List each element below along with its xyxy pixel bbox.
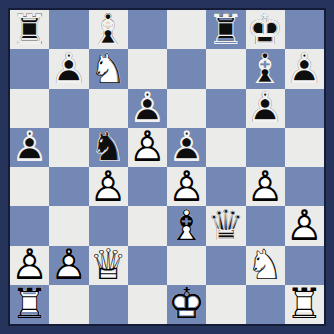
piece-outline: ♙ bbox=[89, 167, 128, 206]
piece-outline: ♙ bbox=[49, 49, 88, 88]
square-f1[interactable] bbox=[206, 285, 245, 324]
square-c1[interactable] bbox=[89, 285, 128, 324]
square-f5[interactable] bbox=[206, 128, 245, 167]
square-h6[interactable] bbox=[285, 89, 324, 128]
square-g1[interactable] bbox=[246, 285, 285, 324]
square-b6[interactable] bbox=[49, 89, 88, 128]
piece-outline: ♕ bbox=[206, 206, 245, 245]
square-d8[interactable] bbox=[128, 10, 167, 49]
square-h3[interactable]: ♟♙ bbox=[285, 206, 324, 245]
white-pawn[interactable]: ♟♙ bbox=[89, 167, 128, 206]
chess-board: ♜♖♝♗♜♖♚♔♟♙♞♘♝♗♟♙♟♙♟♙♟♙♞♘♟♙♟♙♟♙♟♙♟♙♝♗♛♕♟♙… bbox=[10, 10, 324, 324]
piece-outline: ♖ bbox=[10, 10, 49, 49]
square-d1[interactable] bbox=[128, 285, 167, 324]
white-queen[interactable]: ♛♕ bbox=[89, 246, 128, 285]
square-d2[interactable] bbox=[128, 246, 167, 285]
white-pawn[interactable]: ♟♙ bbox=[285, 206, 324, 245]
white-pawn[interactable]: ♟♙ bbox=[246, 167, 285, 206]
square-e8[interactable] bbox=[167, 10, 206, 49]
square-c7[interactable]: ♞♘ bbox=[89, 49, 128, 88]
square-e1[interactable]: ♚♔ bbox=[167, 285, 206, 324]
square-e3[interactable]: ♝♗ bbox=[167, 206, 206, 245]
square-h5[interactable] bbox=[285, 128, 324, 167]
board-frame: ♜♖♝♗♜♖♚♔♟♙♞♘♝♗♟♙♟♙♟♙♟♙♞♘♟♙♟♙♟♙♟♙♟♙♝♗♛♕♟♙… bbox=[0, 0, 334, 334]
square-f7[interactable] bbox=[206, 49, 245, 88]
piece-outline: ♖ bbox=[10, 285, 49, 324]
square-a1[interactable]: ♜♖ bbox=[10, 285, 49, 324]
piece-outline: ♘ bbox=[89, 49, 128, 88]
square-e7[interactable] bbox=[167, 49, 206, 88]
square-b1[interactable] bbox=[49, 285, 88, 324]
square-a4[interactable] bbox=[10, 167, 49, 206]
piece-outline: ♔ bbox=[167, 285, 206, 324]
square-f6[interactable] bbox=[206, 89, 245, 128]
square-d5[interactable]: ♟♙ bbox=[128, 128, 167, 167]
white-knight[interactable]: ♞♘ bbox=[246, 246, 285, 285]
black-pawn[interactable]: ♟♙ bbox=[285, 49, 324, 88]
square-g6[interactable]: ♟♙ bbox=[246, 89, 285, 128]
white-king[interactable]: ♚♔ bbox=[167, 285, 206, 324]
piece-outline: ♙ bbox=[285, 206, 324, 245]
piece-outline: ♙ bbox=[10, 128, 49, 167]
square-c2[interactable]: ♛♕ bbox=[89, 246, 128, 285]
piece-outline: ♖ bbox=[285, 285, 324, 324]
white-pawn[interactable]: ♟♙ bbox=[128, 128, 167, 167]
square-b7[interactable]: ♟♙ bbox=[49, 49, 88, 88]
square-a8[interactable]: ♜♖ bbox=[10, 10, 49, 49]
square-d3[interactable] bbox=[128, 206, 167, 245]
white-rook[interactable]: ♜♖ bbox=[10, 285, 49, 324]
piece-outline: ♙ bbox=[246, 89, 285, 128]
square-c4[interactable]: ♟♙ bbox=[89, 167, 128, 206]
square-f8[interactable]: ♜♖ bbox=[206, 10, 245, 49]
square-g4[interactable]: ♟♙ bbox=[246, 167, 285, 206]
piece-outline: ♗ bbox=[167, 206, 206, 245]
piece-outline: ♕ bbox=[89, 246, 128, 285]
square-h1[interactable]: ♜♖ bbox=[285, 285, 324, 324]
white-bishop[interactable]: ♝♗ bbox=[167, 206, 206, 245]
piece-outline: ♙ bbox=[49, 246, 88, 285]
white-knight[interactable]: ♞♘ bbox=[89, 49, 128, 88]
white-pawn[interactable]: ♟♙ bbox=[49, 246, 88, 285]
square-b5[interactable] bbox=[49, 128, 88, 167]
black-queen[interactable]: ♛♕ bbox=[206, 206, 245, 245]
piece-outline: ♙ bbox=[285, 49, 324, 88]
piece-outline: ♘ bbox=[246, 246, 285, 285]
square-a5[interactable]: ♟♙ bbox=[10, 128, 49, 167]
black-pawn[interactable]: ♟♙ bbox=[246, 89, 285, 128]
black-pawn[interactable]: ♟♙ bbox=[49, 49, 88, 88]
white-rook[interactable]: ♜♖ bbox=[285, 285, 324, 324]
black-rook[interactable]: ♜♖ bbox=[206, 10, 245, 49]
square-b4[interactable] bbox=[49, 167, 88, 206]
piece-outline: ♖ bbox=[206, 10, 245, 49]
black-pawn[interactable]: ♟♙ bbox=[10, 128, 49, 167]
square-d4[interactable] bbox=[128, 167, 167, 206]
square-f2[interactable] bbox=[206, 246, 245, 285]
square-b2[interactable]: ♟♙ bbox=[49, 246, 88, 285]
piece-outline: ♙ bbox=[128, 128, 167, 167]
square-h7[interactable]: ♟♙ bbox=[285, 49, 324, 88]
piece-outline: ♙ bbox=[246, 167, 285, 206]
square-f3[interactable]: ♛♕ bbox=[206, 206, 245, 245]
square-a7[interactable] bbox=[10, 49, 49, 88]
black-rook[interactable]: ♜♖ bbox=[10, 10, 49, 49]
square-g2[interactable]: ♞♘ bbox=[246, 246, 285, 285]
